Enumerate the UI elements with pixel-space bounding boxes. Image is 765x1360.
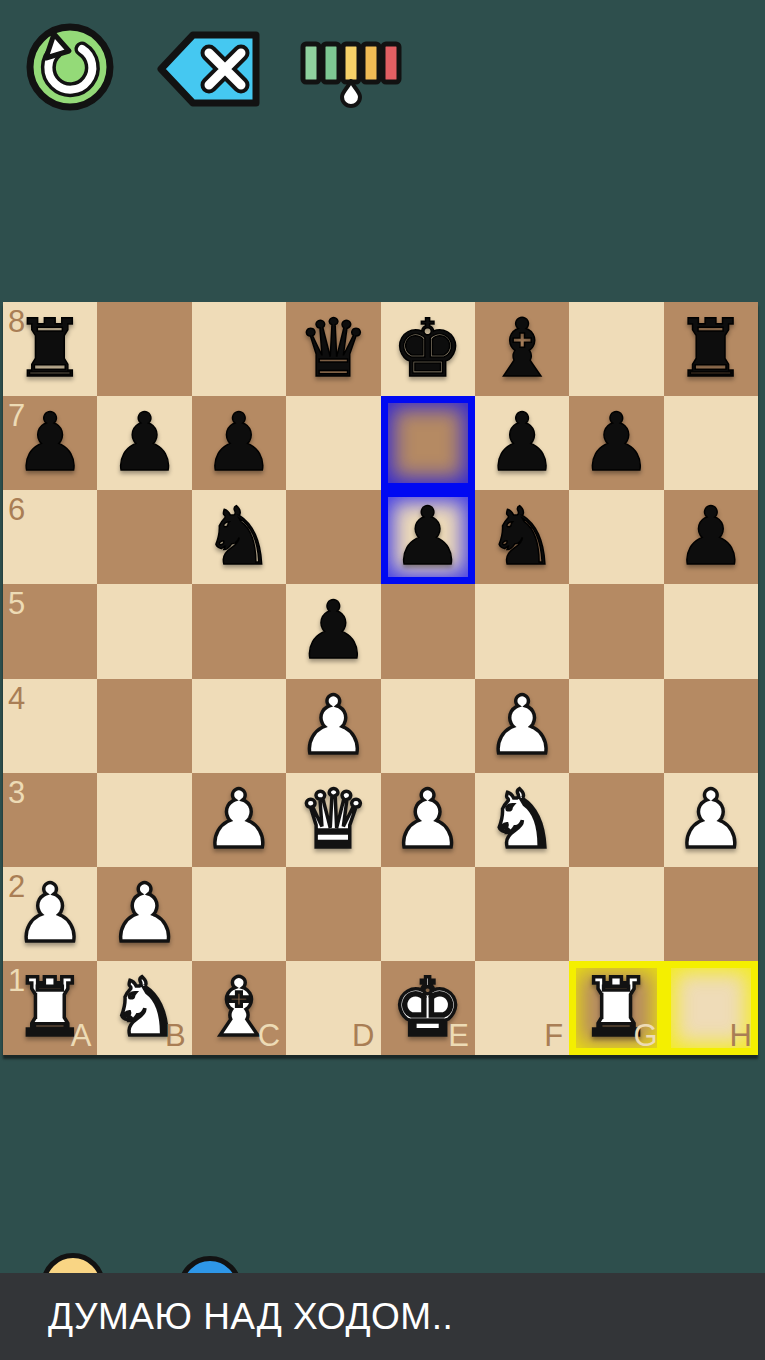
square-d5[interactable]: ♟	[286, 584, 380, 678]
square-a4[interactable]: 4	[3, 679, 97, 773]
piece-white-bishop: ♝	[203, 968, 275, 1048]
piece-black-knight: ♞	[203, 497, 275, 577]
square-h8[interactable]: ♜	[664, 302, 758, 396]
square-f6[interactable]: ♞	[475, 490, 569, 584]
square-b8[interactable]	[97, 302, 191, 396]
square-e6[interactable]: ♟	[381, 490, 475, 584]
restart-circular-arrow-icon	[24, 101, 116, 116]
file-label-G: G	[634, 1020, 658, 1051]
square-a2[interactable]: ♟2	[3, 867, 97, 961]
piece-white-queen: ♛	[297, 780, 369, 860]
rank-label-6: 6	[8, 494, 25, 525]
piece-white-pawn: ♟	[14, 874, 86, 954]
piece-black-rook: ♜	[675, 309, 747, 389]
piece-black-bishop: ♝	[486, 309, 558, 389]
square-b3[interactable]	[97, 773, 191, 867]
square-f4[interactable]: ♟	[475, 679, 569, 773]
droplet-icon	[342, 81, 360, 106]
square-f1[interactable]: F	[475, 961, 569, 1055]
square-g1[interactable]: ♜G	[569, 961, 663, 1055]
square-e7[interactable]	[381, 396, 475, 490]
piece-white-knight: ♞	[109, 968, 181, 1048]
file-label-C: C	[258, 1020, 280, 1051]
square-f5[interactable]	[475, 584, 569, 678]
rank-label-2: 2	[8, 871, 25, 902]
square-b1[interactable]: ♞B	[97, 961, 191, 1055]
square-h2[interactable]	[664, 867, 758, 961]
piece-black-rook: ♜	[14, 309, 86, 389]
piece-black-knight: ♞	[486, 497, 558, 577]
file-label-D: D	[352, 1020, 374, 1051]
square-d7[interactable]	[286, 396, 380, 490]
square-e1[interactable]: ♚E	[381, 961, 475, 1055]
piece-black-pawn: ♟	[14, 403, 86, 483]
square-d2[interactable]	[286, 867, 380, 961]
file-label-H: H	[730, 1020, 752, 1051]
square-c1[interactable]: ♝C	[192, 961, 286, 1055]
piece-white-pawn: ♟	[675, 780, 747, 860]
piece-white-rook: ♜	[14, 968, 86, 1048]
square-b4[interactable]	[97, 679, 191, 773]
square-c3[interactable]: ♟	[192, 773, 286, 867]
square-g7[interactable]: ♟	[569, 396, 663, 490]
square-h3[interactable]: ♟	[664, 773, 758, 867]
square-e5[interactable]	[381, 584, 475, 678]
square-a5[interactable]: 5	[3, 584, 97, 678]
piece-black-pawn: ♟	[486, 403, 558, 483]
piece-black-pawn: ♟	[297, 591, 369, 671]
piece-white-pawn: ♟	[392, 780, 464, 860]
file-label-A: A	[71, 1020, 92, 1051]
square-h6[interactable]: ♟	[664, 490, 758, 584]
square-a3[interactable]: 3	[3, 773, 97, 867]
square-h5[interactable]	[664, 584, 758, 678]
square-f2[interactable]	[475, 867, 569, 961]
square-c6[interactable]: ♞	[192, 490, 286, 584]
square-c4[interactable]	[192, 679, 286, 773]
square-a6[interactable]: 6	[3, 490, 97, 584]
square-f3[interactable]: ♞	[475, 773, 569, 867]
piece-white-rook: ♜	[581, 968, 653, 1048]
piece-black-pawn: ♟	[203, 403, 275, 483]
square-h4[interactable]	[664, 679, 758, 773]
square-d1[interactable]: D	[286, 961, 380, 1055]
square-d4[interactable]: ♟	[286, 679, 380, 773]
square-c5[interactable]	[192, 584, 286, 678]
square-g6[interactable]	[569, 490, 663, 584]
piece-black-pawn: ♟	[392, 497, 464, 577]
piece-black-pawn: ♟	[109, 403, 181, 483]
close-button[interactable]	[157, 31, 263, 107]
piece-black-pawn: ♟	[675, 497, 747, 577]
status-message: ДУМАЮ НАД ХОДОМ..	[0, 1296, 453, 1338]
chess-app-screen: ♜8♛♚♝♜♟7♟♟♟♟6♞♟♞♟5♟4♟♟3♟♛♟♞♟♟2♟♜1A♞B♝CD♚…	[0, 0, 765, 1360]
piece-white-knight: ♞	[486, 780, 558, 860]
rank-label-5: 5	[8, 588, 25, 619]
rank-label-7: 7	[8, 400, 25, 431]
square-h7[interactable]	[664, 396, 758, 490]
square-b5[interactable]	[97, 584, 191, 678]
square-g8[interactable]	[569, 302, 663, 396]
rank-label-1: 1	[8, 965, 25, 996]
square-c7[interactable]: ♟	[192, 396, 286, 490]
square-e3[interactable]: ♟	[381, 773, 475, 867]
level-bars-icon	[299, 97, 405, 112]
piece-black-king: ♚	[392, 309, 464, 389]
square-e4[interactable]	[381, 679, 475, 773]
rank-label-4: 4	[8, 683, 25, 714]
square-b7[interactable]: ♟	[97, 396, 191, 490]
square-c8[interactable]	[192, 302, 286, 396]
toolbar	[0, 0, 765, 130]
piece-white-pawn: ♟	[297, 686, 369, 766]
square-h1[interactable]: H	[664, 961, 758, 1055]
square-e2[interactable]	[381, 867, 475, 961]
square-d8[interactable]: ♛	[286, 302, 380, 396]
square-g3[interactable]	[569, 773, 663, 867]
piece-white-pawn: ♟	[109, 874, 181, 954]
square-d3[interactable]: ♛	[286, 773, 380, 867]
square-a8[interactable]: ♜8	[3, 302, 97, 396]
rank-label-8: 8	[8, 306, 25, 337]
restart-button[interactable]	[24, 21, 116, 113]
square-f7[interactable]: ♟	[475, 396, 569, 490]
square-e8[interactable]: ♚	[381, 302, 475, 396]
rank-label-3: 3	[8, 777, 25, 808]
square-a1[interactable]: ♜1A	[3, 961, 97, 1055]
piece-white-king: ♚	[392, 968, 464, 1048]
piece-white-pawn: ♟	[203, 780, 275, 860]
piece-black-pawn: ♟	[581, 403, 653, 483]
square-b6[interactable]	[97, 490, 191, 584]
file-label-B: B	[165, 1020, 186, 1051]
piece-white-pawn: ♟	[486, 686, 558, 766]
square-g4[interactable]	[569, 679, 663, 773]
square-f8[interactable]: ♝	[475, 302, 569, 396]
square-a7[interactable]: ♟7	[3, 396, 97, 490]
x-backspace-tag-icon	[157, 95, 263, 110]
square-d6[interactable]	[286, 490, 380, 584]
square-c2[interactable]	[192, 867, 286, 961]
file-label-E: E	[448, 1020, 469, 1051]
chess-board[interactable]: ♜8♛♚♝♜♟7♟♟♟♟6♞♟♞♟5♟4♟♟3♟♛♟♞♟♟2♟♜1A♞B♝CD♚…	[3, 302, 758, 1055]
file-label-F: F	[544, 1020, 563, 1051]
square-g5[interactable]	[569, 584, 663, 678]
difficulty-meter-button[interactable]	[299, 39, 405, 109]
status-bar: ДУМАЮ НАД ХОДОМ..	[0, 1273, 765, 1360]
square-b2[interactable]: ♟	[97, 867, 191, 961]
piece-black-queen: ♛	[297, 309, 369, 389]
square-g2[interactable]	[569, 867, 663, 961]
